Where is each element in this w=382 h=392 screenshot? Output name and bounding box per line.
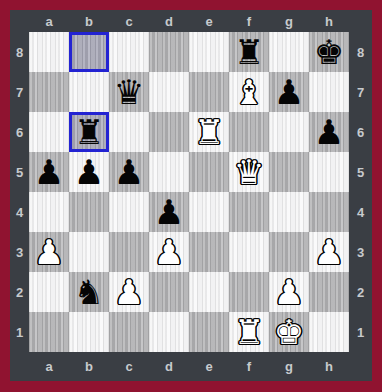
rank-labels-right: 87654321 — [349, 32, 372, 352]
rank-label-7: 7 — [349, 72, 372, 112]
square-d7[interactable] — [149, 72, 189, 112]
square-d8[interactable] — [149, 32, 189, 72]
square-g3[interactable] — [269, 232, 309, 272]
square-d1[interactable] — [149, 312, 189, 352]
square-f1[interactable]: ♜ — [229, 312, 269, 352]
square-c1[interactable] — [109, 312, 149, 352]
square-g8[interactable] — [269, 32, 309, 72]
square-c8[interactable] — [109, 32, 149, 72]
rank-label-7: 7 — [10, 72, 29, 112]
square-h4[interactable] — [309, 192, 349, 232]
square-f8[interactable]: ♜ — [229, 32, 269, 72]
black-knight[interactable]: ♞ — [69, 272, 109, 312]
square-a5[interactable]: ♟ — [29, 152, 69, 192]
white-pawn[interactable]: ♟ — [109, 272, 149, 312]
white-rook[interactable]: ♜ — [189, 112, 229, 152]
rank-label-4: 4 — [10, 192, 29, 232]
file-label-g: g — [269, 352, 309, 381]
file-label-b: b — [69, 10, 109, 32]
square-b6[interactable]: ♜ — [69, 112, 109, 152]
square-g7[interactable]: ♟ — [269, 72, 309, 112]
file-label-h: h — [309, 10, 349, 32]
white-queen[interactable]: ♛ — [229, 152, 269, 192]
white-pawn[interactable]: ♟ — [149, 232, 189, 272]
square-h2[interactable] — [309, 272, 349, 312]
rank-label-5: 5 — [349, 152, 372, 192]
square-b3[interactable] — [69, 232, 109, 272]
black-rook[interactable]: ♜ — [69, 112, 109, 152]
file-label-h: h — [309, 352, 349, 381]
rank-labels-left: 87654321 — [10, 32, 29, 352]
square-e8[interactable] — [189, 32, 229, 72]
square-h6[interactable]: ♟ — [309, 112, 349, 152]
chess-board: ♜♚♛♝♟♜♜♟♟♟♟♛♟♟♟♟♞♟♟♜♚ — [29, 32, 349, 352]
square-h1[interactable] — [309, 312, 349, 352]
rank-label-1: 1 — [349, 312, 372, 352]
rank-label-5: 5 — [10, 152, 29, 192]
square-e4[interactable] — [189, 192, 229, 232]
file-label-d: d — [149, 10, 189, 32]
board-frame: abcdefgh 87654321 ♜♚♛♝♟♜♜♟♟♟♟♛♟♟♟♟♞♟♟♜♚ … — [10, 10, 372, 381]
white-king[interactable]: ♚ — [269, 312, 309, 352]
rank-label-8: 8 — [349, 32, 372, 72]
square-g6[interactable] — [269, 112, 309, 152]
square-f2[interactable] — [229, 272, 269, 312]
black-pawn[interactable]: ♟ — [149, 192, 189, 232]
square-b5[interactable]: ♟ — [69, 152, 109, 192]
file-label-e: e — [189, 352, 229, 381]
rank-label-3: 3 — [10, 232, 29, 272]
square-a3[interactable]: ♟ — [29, 232, 69, 272]
square-e5[interactable] — [189, 152, 229, 192]
square-b8[interactable] — [69, 32, 109, 72]
square-d3[interactable]: ♟ — [149, 232, 189, 272]
file-label-c: c — [109, 10, 149, 32]
black-pawn[interactable]: ♟ — [269, 72, 309, 112]
square-a8[interactable] — [29, 32, 69, 72]
file-label-f: f — [229, 352, 269, 381]
black-pawn[interactable]: ♟ — [29, 152, 69, 192]
black-pawn[interactable]: ♟ — [69, 152, 109, 192]
white-pawn[interactable]: ♟ — [29, 232, 69, 272]
black-rook[interactable]: ♜ — [229, 32, 269, 72]
square-d4[interactable]: ♟ — [149, 192, 189, 232]
square-f6[interactable] — [229, 112, 269, 152]
square-h8[interactable]: ♚ — [309, 32, 349, 72]
square-g2[interactable]: ♟ — [269, 272, 309, 312]
square-b1[interactable] — [69, 312, 109, 352]
square-h7[interactable] — [309, 72, 349, 112]
file-label-a: a — [29, 10, 69, 32]
black-pawn[interactable]: ♟ — [109, 152, 149, 192]
square-d6[interactable] — [149, 112, 189, 152]
square-f4[interactable] — [229, 192, 269, 232]
rank-label-2: 2 — [10, 272, 29, 312]
square-d2[interactable] — [149, 272, 189, 312]
square-a4[interactable] — [29, 192, 69, 232]
rank-label-2: 2 — [349, 272, 372, 312]
square-a2[interactable] — [29, 272, 69, 312]
square-e2[interactable] — [189, 272, 229, 312]
square-c6[interactable] — [109, 112, 149, 152]
white-pawn[interactable]: ♟ — [309, 232, 349, 272]
square-b4[interactable] — [69, 192, 109, 232]
square-c7[interactable]: ♛ — [109, 72, 149, 112]
rank-label-3: 3 — [349, 232, 372, 272]
square-f7[interactable]: ♝ — [229, 72, 269, 112]
square-h3[interactable]: ♟ — [309, 232, 349, 272]
board-outer-border: abcdefgh 87654321 ♜♚♛♝♟♜♜♟♟♟♟♛♟♟♟♟♞♟♟♜♚ … — [0, 0, 382, 392]
square-e6[interactable]: ♜ — [189, 112, 229, 152]
rank-label-6: 6 — [10, 112, 29, 152]
file-label-e: e — [189, 10, 229, 32]
square-b7[interactable] — [69, 72, 109, 112]
square-h5[interactable] — [309, 152, 349, 192]
file-label-f: f — [229, 10, 269, 32]
file-label-d: d — [149, 352, 189, 381]
square-c3[interactable] — [109, 232, 149, 272]
square-g5[interactable] — [269, 152, 309, 192]
square-c2[interactable]: ♟ — [109, 272, 149, 312]
file-label-g: g — [269, 10, 309, 32]
square-g1[interactable]: ♚ — [269, 312, 309, 352]
square-f5[interactable]: ♛ — [229, 152, 269, 192]
square-b2[interactable]: ♞ — [69, 272, 109, 312]
square-e7[interactable] — [189, 72, 229, 112]
square-g4[interactable] — [269, 192, 309, 232]
square-d5[interactable] — [149, 152, 189, 192]
square-a7[interactable] — [29, 72, 69, 112]
file-label-c: c — [109, 352, 149, 381]
square-a6[interactable] — [29, 112, 69, 152]
square-e1[interactable] — [189, 312, 229, 352]
rank-label-8: 8 — [10, 32, 29, 72]
black-king[interactable]: ♚ — [309, 32, 349, 72]
file-labels-top: abcdefgh — [29, 10, 349, 32]
black-queen[interactable]: ♛ — [109, 72, 149, 112]
file-labels-bottom: abcdefgh — [29, 352, 349, 381]
rank-label-6: 6 — [349, 112, 372, 152]
rank-label-4: 4 — [349, 192, 372, 232]
white-rook[interactable]: ♜ — [229, 312, 269, 352]
black-pawn[interactable]: ♟ — [309, 112, 349, 152]
square-a1[interactable] — [29, 312, 69, 352]
rank-label-1: 1 — [10, 312, 29, 352]
white-bishop[interactable]: ♝ — [229, 72, 269, 112]
square-e3[interactable] — [189, 232, 229, 272]
file-label-b: b — [69, 352, 109, 381]
square-c4[interactable] — [109, 192, 149, 232]
white-pawn[interactable]: ♟ — [269, 272, 309, 312]
square-c5[interactable]: ♟ — [109, 152, 149, 192]
file-label-a: a — [29, 352, 69, 381]
square-f3[interactable] — [229, 232, 269, 272]
